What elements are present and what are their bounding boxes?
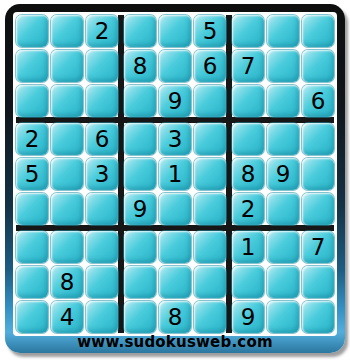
cell-r2c2[interactable] bbox=[51, 50, 83, 82]
cell-r2c6[interactable]: 6 bbox=[194, 50, 226, 82]
cell-r5c5[interactable]: 1 bbox=[159, 158, 191, 190]
cell-r7c6[interactable] bbox=[194, 231, 226, 263]
cell-r1c7[interactable] bbox=[232, 15, 264, 47]
cell-r6c3[interactable] bbox=[86, 193, 118, 225]
cell-r3c2[interactable] bbox=[51, 85, 83, 117]
sudoku-board: 25869762653319892848179 bbox=[13, 12, 337, 336]
cell-r2c4[interactable]: 8 bbox=[124, 50, 156, 82]
cell-r8c3[interactable] bbox=[86, 266, 118, 298]
cell-r4c1[interactable]: 2 bbox=[16, 123, 48, 155]
cell-r2c1[interactable] bbox=[16, 50, 48, 82]
cell-r4c4[interactable] bbox=[124, 123, 156, 155]
cell-r4c3[interactable]: 6 bbox=[86, 123, 118, 155]
cell-r5c9[interactable] bbox=[302, 158, 334, 190]
box-grid: 25869762653319892848179 bbox=[16, 15, 334, 333]
cell-r6c7[interactable]: 2 bbox=[232, 193, 264, 225]
cell-r9c5[interactable]: 8 bbox=[159, 301, 191, 333]
cell-r6c1[interactable] bbox=[16, 193, 48, 225]
cell-r8c7[interactable] bbox=[232, 266, 264, 298]
box-8: 8 bbox=[124, 231, 226, 333]
cell-r8c8[interactable] bbox=[267, 266, 299, 298]
cell-r7c9[interactable]: 7 bbox=[302, 231, 334, 263]
cell-r8c5[interactable] bbox=[159, 266, 191, 298]
cell-r5c8[interactable]: 9 bbox=[267, 158, 299, 190]
cell-r9c6[interactable] bbox=[194, 301, 226, 333]
cell-r1c4[interactable] bbox=[124, 15, 156, 47]
cell-r3c5[interactable]: 9 bbox=[159, 85, 191, 117]
cell-r7c8[interactable] bbox=[267, 231, 299, 263]
cell-r4c9[interactable] bbox=[302, 123, 334, 155]
box-5: 319 bbox=[124, 123, 226, 225]
cell-r7c2[interactable] bbox=[51, 231, 83, 263]
cell-r3c6[interactable] bbox=[194, 85, 226, 117]
cell-r3c7[interactable] bbox=[232, 85, 264, 117]
cell-r7c7[interactable]: 1 bbox=[232, 231, 264, 263]
cell-r8c1[interactable] bbox=[16, 266, 48, 298]
cell-r1c9[interactable] bbox=[302, 15, 334, 47]
cell-r1c1[interactable] bbox=[16, 15, 48, 47]
cell-r7c3[interactable] bbox=[86, 231, 118, 263]
cell-r9c3[interactable] bbox=[86, 301, 118, 333]
cell-r7c4[interactable] bbox=[124, 231, 156, 263]
cell-r1c5[interactable] bbox=[159, 15, 191, 47]
cell-r7c1[interactable] bbox=[16, 231, 48, 263]
cell-r6c4[interactable]: 9 bbox=[124, 193, 156, 225]
box-2: 5869 bbox=[124, 15, 226, 117]
cell-r7c5[interactable] bbox=[159, 231, 191, 263]
cell-r6c5[interactable] bbox=[159, 193, 191, 225]
cell-r8c4[interactable] bbox=[124, 266, 156, 298]
cell-r4c5[interactable]: 3 bbox=[159, 123, 191, 155]
cell-r4c6[interactable] bbox=[194, 123, 226, 155]
footer-bar: www.sudokusweb.com bbox=[5, 332, 345, 351]
cell-r6c6[interactable] bbox=[194, 193, 226, 225]
cell-r4c7[interactable] bbox=[232, 123, 264, 155]
cell-r3c3[interactable] bbox=[86, 85, 118, 117]
site-link[interactable]: www.sudokusweb.com bbox=[77, 333, 272, 351]
cell-r9c4[interactable] bbox=[124, 301, 156, 333]
cell-r5c6[interactable] bbox=[194, 158, 226, 190]
sudoku-widget-frame: 25869762653319892848179 www.sudokusweb.c… bbox=[5, 4, 345, 353]
box-4: 2653 bbox=[16, 123, 118, 225]
cell-r9c9[interactable] bbox=[302, 301, 334, 333]
cell-r1c6[interactable]: 5 bbox=[194, 15, 226, 47]
cell-r6c2[interactable] bbox=[51, 193, 83, 225]
cell-r2c3[interactable] bbox=[86, 50, 118, 82]
box-7: 84 bbox=[16, 231, 118, 333]
cell-r3c9[interactable]: 6 bbox=[302, 85, 334, 117]
cell-r2c5[interactable] bbox=[159, 50, 191, 82]
cell-r5c3[interactable]: 3 bbox=[86, 158, 118, 190]
cell-r2c7[interactable]: 7 bbox=[232, 50, 264, 82]
cell-r1c3[interactable]: 2 bbox=[86, 15, 118, 47]
cell-r8c2[interactable]: 8 bbox=[51, 266, 83, 298]
cell-r8c6[interactable] bbox=[194, 266, 226, 298]
cell-r8c9[interactable] bbox=[302, 266, 334, 298]
cell-r6c8[interactable] bbox=[267, 193, 299, 225]
cell-r2c9[interactable] bbox=[302, 50, 334, 82]
cell-r4c2[interactable] bbox=[51, 123, 83, 155]
cell-r3c8[interactable] bbox=[267, 85, 299, 117]
cell-r5c2[interactable] bbox=[51, 158, 83, 190]
cell-r3c4[interactable] bbox=[124, 85, 156, 117]
cell-r5c4[interactable] bbox=[124, 158, 156, 190]
cell-r1c8[interactable] bbox=[267, 15, 299, 47]
cell-r5c7[interactable]: 8 bbox=[232, 158, 264, 190]
box-9: 179 bbox=[232, 231, 334, 333]
cell-r5c1[interactable]: 5 bbox=[16, 158, 48, 190]
cell-r9c2[interactable]: 4 bbox=[51, 301, 83, 333]
cell-r9c1[interactable] bbox=[16, 301, 48, 333]
cell-r6c9[interactable] bbox=[302, 193, 334, 225]
cell-r2c8[interactable] bbox=[267, 50, 299, 82]
cell-r4c8[interactable] bbox=[267, 123, 299, 155]
box-1: 2 bbox=[16, 15, 118, 117]
cell-r3c1[interactable] bbox=[16, 85, 48, 117]
cell-r9c8[interactable] bbox=[267, 301, 299, 333]
box-3: 76 bbox=[232, 15, 334, 117]
cell-r1c2[interactable] bbox=[51, 15, 83, 47]
cell-r9c7[interactable]: 9 bbox=[232, 301, 264, 333]
box-6: 892 bbox=[232, 123, 334, 225]
